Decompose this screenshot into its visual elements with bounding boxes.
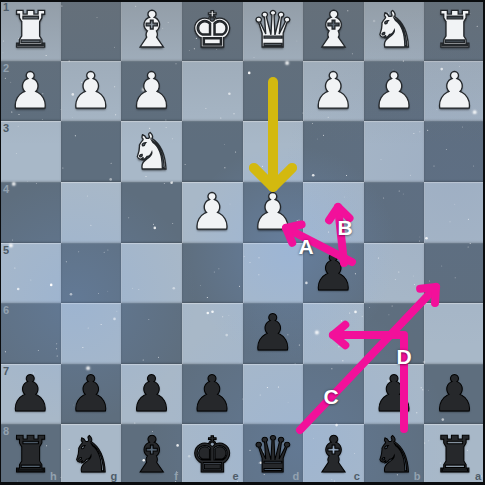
square-b7[interactable]: ♟ (364, 364, 425, 425)
piece-black-pawn[interactable]: ♟ (190, 364, 235, 424)
square-h8[interactable]: 8h♜ (0, 424, 61, 485)
piece-white-pawn[interactable]: ♟ (129, 61, 174, 121)
piece-white-king[interactable]: ♚ (190, 0, 235, 60)
rank-label-4: 4 (3, 184, 9, 195)
square-f6[interactable] (121, 303, 182, 364)
square-h5[interactable]: 5 (0, 243, 61, 304)
rank-label-6: 6 (3, 305, 9, 316)
square-c8[interactable]: c♝ (303, 424, 364, 485)
square-d8[interactable]: d♛ (243, 424, 304, 485)
square-g7[interactable]: ♟ (61, 364, 122, 425)
square-g2[interactable]: ♟ (61, 61, 122, 122)
square-d4[interactable]: ♟ (243, 182, 304, 243)
piece-white-pawn[interactable]: ♟ (432, 61, 477, 121)
square-d2[interactable] (243, 61, 304, 122)
piece-white-knight[interactable]: ♞ (129, 122, 174, 182)
square-a2[interactable]: ♟ (424, 61, 485, 122)
square-e2[interactable] (182, 61, 243, 122)
piece-white-knight[interactable]: ♞ (372, 0, 417, 60)
piece-black-bishop[interactable]: ♝ (311, 425, 356, 485)
rank-label-5: 5 (3, 245, 9, 256)
square-h3[interactable]: 3 (0, 121, 61, 182)
square-b8[interactable]: b♞ (364, 424, 425, 485)
piece-black-pawn[interactable]: ♟ (372, 364, 417, 424)
piece-white-rook[interactable]: ♜ (432, 0, 477, 60)
chess-app: 1♜♝♚♛♝♞♜2♟♟♟♟♟♟3♞4♟♟5♟6♟7♟♟♟♟♟♟8h♜g♞f♝e♚… (0, 0, 485, 485)
square-a7[interactable]: ♟ (424, 364, 485, 425)
square-f2[interactable]: ♟ (121, 61, 182, 122)
piece-white-bishop[interactable]: ♝ (129, 0, 174, 60)
rank-label-8: 8 (3, 426, 9, 437)
piece-white-pawn[interactable]: ♟ (69, 61, 114, 121)
file-label-g: g (111, 471, 118, 482)
square-d6[interactable]: ♟ (243, 303, 304, 364)
square-e4[interactable]: ♟ (182, 182, 243, 243)
rank-label-2: 2 (3, 63, 9, 74)
square-f4[interactable] (121, 182, 182, 243)
file-label-h: h (50, 471, 57, 482)
square-h1[interactable]: 1♜ (0, 0, 61, 61)
piece-white-pawn[interactable]: ♟ (250, 182, 295, 242)
piece-white-pawn[interactable]: ♟ (8, 61, 53, 121)
square-h2[interactable]: 2♟ (0, 61, 61, 122)
piece-white-queen[interactable]: ♛ (250, 0, 295, 60)
square-b3[interactable] (364, 121, 425, 182)
square-a6[interactable] (424, 303, 485, 364)
piece-black-king[interactable]: ♚ (190, 425, 235, 485)
piece-black-pawn[interactable]: ♟ (8, 364, 53, 424)
square-g3[interactable] (61, 121, 122, 182)
square-e1[interactable]: ♚ (182, 0, 243, 61)
square-d1[interactable]: ♛ (243, 0, 304, 61)
square-d3[interactable] (243, 121, 304, 182)
square-a4[interactable] (424, 182, 485, 243)
square-g6[interactable] (61, 303, 122, 364)
square-a5[interactable] (424, 243, 485, 304)
square-g1[interactable] (61, 0, 122, 61)
square-b6[interactable] (364, 303, 425, 364)
square-c1[interactable]: ♝ (303, 0, 364, 61)
square-b4[interactable] (364, 182, 425, 243)
piece-white-pawn[interactable]: ♟ (311, 61, 356, 121)
piece-black-pawn[interactable]: ♟ (311, 243, 356, 303)
square-h4[interactable]: 4 (0, 182, 61, 243)
square-g4[interactable] (61, 182, 122, 243)
square-e8[interactable]: e♚ (182, 424, 243, 485)
square-a8[interactable]: a♜ (424, 424, 485, 485)
file-label-c: c (354, 471, 360, 482)
piece-black-bishop[interactable]: ♝ (129, 425, 174, 485)
square-e5[interactable] (182, 243, 243, 304)
piece-black-rook[interactable]: ♜ (432, 425, 477, 485)
file-label-a: a (475, 471, 481, 482)
square-e7[interactable]: ♟ (182, 364, 243, 425)
square-d5[interactable] (243, 243, 304, 304)
square-c3[interactable] (303, 121, 364, 182)
square-a3[interactable] (424, 121, 485, 182)
square-c6[interactable] (303, 303, 364, 364)
piece-black-knight[interactable]: ♞ (69, 425, 114, 485)
piece-black-rook[interactable]: ♜ (8, 425, 53, 485)
rank-label-1: 1 (3, 2, 9, 13)
square-f5[interactable] (121, 243, 182, 304)
square-c7[interactable] (303, 364, 364, 425)
piece-black-queen[interactable]: ♛ (250, 425, 295, 485)
piece-white-pawn[interactable]: ♟ (372, 61, 417, 121)
file-label-b: b (414, 471, 421, 482)
file-label-e: e (232, 471, 238, 482)
piece-white-rook[interactable]: ♜ (8, 0, 53, 60)
piece-black-pawn[interactable]: ♟ (432, 364, 477, 424)
square-g5[interactable] (61, 243, 122, 304)
square-b5[interactable] (364, 243, 425, 304)
square-f7[interactable]: ♟ (121, 364, 182, 425)
piece-black-pawn[interactable]: ♟ (250, 303, 295, 363)
square-g8[interactable]: g♞ (61, 424, 122, 485)
square-f3[interactable]: ♞ (121, 121, 182, 182)
rank-label-7: 7 (3, 366, 9, 377)
square-c4[interactable] (303, 182, 364, 243)
chess-board: 1♜♝♚♛♝♞♜2♟♟♟♟♟♟3♞4♟♟5♟6♟7♟♟♟♟♟♟8h♜g♞f♝e♚… (0, 0, 485, 485)
square-a1[interactable]: ♜ (424, 0, 485, 61)
file-label-f: f (174, 471, 178, 482)
square-h7[interactable]: 7♟ (0, 364, 61, 425)
square-b1[interactable]: ♞ (364, 0, 425, 61)
square-c2[interactable]: ♟ (303, 61, 364, 122)
file-label-d: d (292, 471, 299, 482)
piece-black-knight[interactable]: ♞ (372, 425, 417, 485)
square-d7[interactable] (243, 364, 304, 425)
square-f8[interactable]: f♝ (121, 424, 182, 485)
piece-white-bishop[interactable]: ♝ (311, 0, 356, 60)
piece-black-pawn[interactable]: ♟ (129, 364, 174, 424)
piece-black-pawn[interactable]: ♟ (69, 364, 114, 424)
piece-white-pawn[interactable]: ♟ (190, 182, 235, 242)
rank-label-3: 3 (3, 123, 9, 134)
square-f1[interactable]: ♝ (121, 0, 182, 61)
square-c5[interactable]: ♟ (303, 243, 364, 304)
square-e3[interactable] (182, 121, 243, 182)
square-e6[interactable] (182, 303, 243, 364)
square-b2[interactable]: ♟ (364, 61, 425, 122)
square-h6[interactable]: 6 (0, 303, 61, 364)
